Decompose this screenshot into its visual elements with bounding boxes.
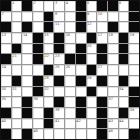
- clue-number: 10: [98, 12, 102, 16]
- clue-number: 8: [55, 12, 57, 16]
- clue-number: 46: [108, 129, 112, 133]
- white-cell-r3c7[interactable]: [65, 22, 75, 32]
- white-cell-r8c11[interactable]: [108, 76, 118, 86]
- white-cell-r10c2[interactable]: [12, 97, 22, 107]
- clue-number: 43: [108, 119, 112, 123]
- white-cell-r11c4[interactable]: [33, 108, 43, 118]
- white-cell-r3c6[interactable]: 11: [54, 22, 64, 32]
- white-cell-r6c5[interactable]: 22: [44, 54, 54, 64]
- clue-number: 28: [44, 76, 48, 80]
- black-cell-r13c3: [22, 129, 32, 139]
- white-cell-r11c11[interactable]: [108, 108, 118, 118]
- black-cell-r3c5: [44, 22, 54, 32]
- black-cell-r1c11: [108, 1, 118, 11]
- clue-number: 39: [130, 108, 134, 112]
- clue-number: 44: [119, 119, 123, 123]
- white-cell-r10c11[interactable]: 37: [108, 97, 118, 107]
- white-cell-r2c12[interactable]: [119, 12, 129, 22]
- clue-number: 25: [55, 65, 59, 69]
- white-cell-r2c4[interactable]: [33, 12, 43, 22]
- black-cell-r6c12: [119, 54, 129, 64]
- white-cell-r9c1[interactable]: 30: [1, 87, 11, 97]
- black-cell-r11c10: [97, 108, 107, 118]
- black-cell-r7c9: [87, 65, 97, 75]
- white-cell-r9c10[interactable]: [97, 87, 107, 97]
- clue-number: 30: [2, 87, 6, 91]
- clue-number: 18: [108, 33, 112, 37]
- white-cell-r11c2[interactable]: [12, 108, 22, 118]
- black-cell-r13c13: [129, 129, 139, 139]
- white-cell-r9c2[interactable]: 31: [12, 87, 22, 97]
- clue-number: 24: [2, 65, 6, 69]
- white-cell-r13c11[interactable]: 46: [108, 129, 118, 139]
- white-cell-r3c2[interactable]: [12, 22, 22, 32]
- white-cell-r3c4[interactable]: [33, 22, 43, 32]
- white-cell-r2c3[interactable]: [22, 12, 32, 22]
- white-cell-r12c7[interactable]: [65, 119, 75, 129]
- white-cell-r10c7[interactable]: [65, 97, 75, 107]
- white-cell-r5c11[interactable]: [108, 44, 118, 54]
- black-cell-r6c8: [76, 54, 86, 64]
- black-cell-r8c10: [97, 76, 107, 86]
- white-cell-r8c1[interactable]: [1, 76, 11, 86]
- clue-number: 17: [98, 33, 102, 37]
- black-cell-r3c13: [129, 22, 139, 32]
- black-cell-r9c13: [129, 87, 139, 97]
- black-cell-r4c12: [119, 33, 129, 43]
- white-cell-r12c4[interactable]: [33, 119, 43, 129]
- white-cell-r8c7[interactable]: [65, 76, 75, 86]
- clue-number: 38: [55, 108, 59, 112]
- black-cell-r9c9: [87, 87, 97, 97]
- clue-number: 40: [2, 119, 6, 123]
- black-cell-r13c1: [1, 129, 11, 139]
- black-cell-r5c2: [12, 44, 22, 54]
- white-cell-r1c7[interactable]: 4: [65, 1, 75, 11]
- white-cell-r11c6[interactable]: 38: [54, 108, 64, 118]
- white-cell-r6c13[interactable]: [129, 54, 139, 64]
- white-cell-r13c6[interactable]: [54, 129, 64, 139]
- black-cell-r11c12: [119, 108, 129, 118]
- black-cell-r10c8: [76, 97, 86, 107]
- clue-number: 31: [12, 87, 16, 91]
- white-cell-r6c2[interactable]: 21: [12, 54, 22, 64]
- black-cell-r4c4: [33, 33, 43, 43]
- black-cell-r10c6: [54, 97, 64, 107]
- clue-number: 9: [87, 12, 89, 16]
- black-cell-r7c5: [44, 65, 54, 75]
- white-cell-r12c3[interactable]: [22, 119, 32, 129]
- black-cell-r5c12: [119, 44, 129, 54]
- clue-number: 23: [55, 54, 59, 58]
- white-cell-r4c8[interactable]: [76, 33, 86, 43]
- white-cell-r13c2[interactable]: [12, 129, 22, 139]
- white-cell-r4c11[interactable]: 18: [108, 33, 118, 43]
- white-cell-r12c8[interactable]: 42: [76, 119, 86, 129]
- white-cell-r5c13[interactable]: [129, 44, 139, 54]
- white-cell-r2c1[interactable]: 7: [1, 12, 11, 22]
- white-cell-r8c5[interactable]: 28: [44, 76, 54, 86]
- white-cell-r13c4[interactable]: 45: [33, 129, 43, 139]
- white-cell-r5c9[interactable]: 20: [87, 44, 97, 54]
- white-cell-r12c12[interactable]: 44: [119, 119, 129, 129]
- white-cell-r7c4[interactable]: [33, 65, 43, 75]
- black-cell-r3c11: [108, 22, 118, 32]
- white-cell-r12c1[interactable]: 40: [1, 119, 11, 129]
- black-cell-r6c1: [1, 54, 11, 64]
- white-cell-r6c6[interactable]: 23: [54, 54, 64, 64]
- white-cell-r4c3[interactable]: 14: [22, 33, 32, 43]
- crossword-board: 1234567891011121314151617181920212223242…: [0, 0, 140, 140]
- white-cell-r9c5[interactable]: 32: [44, 87, 54, 97]
- clue-number: 35: [2, 97, 6, 101]
- white-cell-r4c1[interactable]: 13: [1, 33, 11, 43]
- black-cell-r13c10: [97, 129, 107, 139]
- black-cell-r10c10: [97, 97, 107, 107]
- clue-number: 32: [44, 87, 48, 91]
- clue-number: 26: [66, 65, 70, 69]
- white-cell-r9c7[interactable]: [65, 87, 75, 97]
- black-cell-r4c9: [87, 33, 97, 43]
- white-cell-r8c9[interactable]: 29: [87, 76, 97, 86]
- clue-number: 36: [34, 97, 38, 101]
- clue-number: 27: [98, 65, 102, 69]
- white-cell-r6c11[interactable]: [108, 54, 118, 64]
- clue-number: 29: [87, 76, 91, 80]
- black-cell-r8c12: [119, 76, 129, 86]
- white-cell-r1c6[interactable]: 3: [54, 1, 64, 11]
- clue-number: 13: [2, 33, 6, 37]
- white-cell-r12c13[interactable]: [129, 119, 139, 129]
- white-cell-r7c11[interactable]: [108, 65, 118, 75]
- white-cell-r4c5[interactable]: 15: [44, 33, 54, 43]
- black-cell-r5c10: [97, 44, 107, 54]
- black-cell-r1c10: [97, 1, 107, 11]
- white-cell-r1c9[interactable]: 5: [87, 1, 97, 11]
- clue-number: 4: [66, 1, 68, 5]
- white-cell-r4c10[interactable]: 17: [97, 33, 107, 43]
- black-cell-r4c6: [54, 33, 64, 43]
- white-cell-r10c1[interactable]: 35: [1, 97, 11, 107]
- white-cell-r2c11[interactable]: [108, 12, 118, 22]
- white-cell-r6c3[interactable]: [22, 54, 32, 64]
- clue-number: 22: [44, 54, 48, 58]
- white-cell-r4c2[interactable]: [12, 33, 22, 43]
- black-cell-r1c3: [22, 1, 32, 11]
- white-cell-r8c13[interactable]: [129, 76, 139, 86]
- white-cell-r5c3[interactable]: [22, 44, 32, 54]
- white-cell-r5c1[interactable]: [1, 44, 11, 54]
- white-cell-r9c3[interactable]: [22, 87, 32, 97]
- white-cell-r9c6[interactable]: [54, 87, 64, 97]
- black-cell-r8c4: [33, 76, 43, 86]
- black-cell-r12c5: [44, 119, 54, 129]
- white-cell-r2c10[interactable]: 10: [97, 12, 107, 22]
- black-cell-r11c1: [1, 108, 11, 118]
- white-cell-r7c12[interactable]: [119, 65, 129, 75]
- white-cell-r10c9[interactable]: [87, 97, 97, 107]
- clue-number: 3: [55, 1, 57, 5]
- black-cell-r2c8: [76, 12, 86, 22]
- clue-number: 12: [87, 22, 91, 26]
- black-cell-r2c13: [129, 12, 139, 22]
- clue-number: 21: [12, 54, 16, 58]
- black-cell-r1c13: [129, 1, 139, 11]
- white-cell-r13c9[interactable]: [87, 129, 97, 139]
- black-cell-r5c4: [33, 44, 43, 54]
- clue-number: 14: [23, 33, 27, 37]
- white-cell-r2c9[interactable]: 9: [87, 12, 97, 22]
- white-cell-r7c8[interactable]: [76, 65, 86, 75]
- white-cell-r2c7[interactable]: [65, 12, 75, 22]
- black-cell-r3c3: [22, 22, 32, 32]
- black-cell-r8c8: [76, 76, 86, 86]
- white-cell-r5c7[interactable]: [65, 44, 75, 54]
- clue-number: 42: [76, 119, 80, 123]
- black-cell-r12c10: [97, 119, 107, 129]
- black-cell-r8c6: [54, 76, 64, 86]
- black-cell-r1c8: [76, 1, 86, 11]
- black-cell-r11c5: [44, 108, 54, 118]
- white-cell-r1c5[interactable]: [44, 1, 54, 11]
- white-cell-r1c12[interactable]: 6: [119, 1, 129, 11]
- white-cell-r12c9[interactable]: [87, 119, 97, 129]
- crossword-page: 1234567891011121314151617181920212223242…: [0, 0, 140, 140]
- white-cell-r10c4[interactable]: 36: [33, 97, 43, 107]
- black-cell-r11c3: [22, 108, 32, 118]
- white-cell-r7c2[interactable]: [12, 65, 22, 75]
- white-cell-r12c11[interactable]: 43: [108, 119, 118, 129]
- clue-number: 6: [119, 1, 121, 5]
- black-cell-r10c13: [129, 97, 139, 107]
- white-cell-r3c9[interactable]: 12: [87, 22, 97, 32]
- white-cell-r9c8[interactable]: [76, 87, 86, 97]
- black-cell-r8c2: [12, 76, 22, 86]
- white-cell-r1c4[interactable]: 2: [33, 1, 43, 11]
- white-cell-r12c6[interactable]: 41: [54, 119, 64, 129]
- clue-number: 45: [34, 129, 38, 133]
- white-cell-r11c13[interactable]: 39: [129, 108, 139, 118]
- clue-number: 34: [119, 87, 123, 91]
- clue-number: 5: [87, 1, 89, 5]
- black-cell-r11c8: [76, 108, 86, 118]
- white-cell-r13c12[interactable]: [119, 129, 129, 139]
- white-cell-r13c8[interactable]: [76, 129, 86, 139]
- white-cell-r10c5[interactable]: [44, 97, 54, 107]
- black-cell-r10c3: [22, 97, 32, 107]
- white-cell-r7c1[interactable]: 24: [1, 65, 11, 75]
- white-cell-r3c10[interactable]: [97, 22, 107, 32]
- black-cell-r3c8: [76, 22, 86, 32]
- black-cell-r6c4: [33, 54, 43, 64]
- white-cell-r12c2[interactable]: [12, 119, 22, 129]
- clue-number: 11: [55, 22, 59, 26]
- clue-number: 37: [108, 97, 112, 101]
- black-cell-r1c1: [1, 1, 11, 11]
- white-cell-r1c2[interactable]: 1: [12, 1, 22, 11]
- clue-number: 16: [66, 33, 70, 37]
- black-cell-r5c8: [76, 44, 86, 54]
- white-cell-r5c5[interactable]: [44, 44, 54, 54]
- white-cell-r4c7[interactable]: 16: [65, 33, 75, 43]
- white-cell-r6c9[interactable]: [87, 54, 97, 64]
- white-cell-r13c7[interactable]: [65, 129, 75, 139]
- white-cell-r11c9[interactable]: [87, 108, 97, 118]
- black-cell-r5c6: [54, 44, 64, 54]
- black-cell-r6c7: [65, 54, 75, 64]
- black-cell-r2c5: [44, 12, 54, 22]
- black-cell-r6c10: [97, 54, 107, 64]
- white-cell-r2c6[interactable]: 8: [54, 12, 64, 22]
- white-cell-r7c7[interactable]: 26: [65, 65, 75, 75]
- white-cell-r9c12[interactable]: 34: [119, 87, 129, 97]
- white-cell-r10c12[interactable]: [119, 97, 129, 107]
- black-cell-r9c4: [33, 87, 43, 97]
- white-cell-r7c6[interactable]: 25: [54, 65, 64, 75]
- clue-number: 41: [55, 119, 59, 123]
- clue-number: 15: [44, 33, 48, 37]
- clue-number: 1: [12, 1, 14, 5]
- white-cell-r4c13[interactable]: 19: [129, 33, 139, 43]
- white-cell-r7c3[interactable]: [22, 65, 32, 75]
- white-cell-r7c13[interactable]: [129, 65, 139, 75]
- clue-number: 20: [87, 44, 91, 48]
- clue-number: 7: [2, 12, 4, 16]
- black-cell-r3c1: [1, 22, 11, 32]
- clue-number: 2: [34, 1, 36, 5]
- white-cell-r13c5[interactable]: [44, 129, 54, 139]
- clue-number: 19: [130, 33, 134, 37]
- white-cell-r7c10[interactable]: 27: [97, 65, 107, 75]
- white-cell-r9c11[interactable]: [108, 87, 118, 97]
- white-cell-r2c2[interactable]: [12, 12, 22, 22]
- white-cell-r11c7[interactable]: [65, 108, 75, 118]
- white-cell-r3c12[interactable]: [119, 22, 129, 32]
- white-cell-r8c3[interactable]: [22, 76, 32, 86]
